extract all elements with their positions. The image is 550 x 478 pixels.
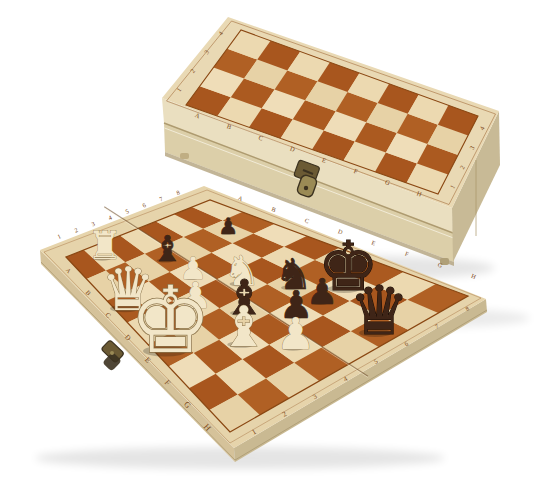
rank-label-left: 8: [175, 189, 181, 197]
file-label-back: B: [271, 205, 277, 213]
rank-label-left: 5: [124, 207, 130, 215]
white-king-glyph: ♚: [129, 267, 211, 374]
piece-white-pawn-g4: ♟: [276, 308, 315, 359]
white-bishop-glyph: ♝: [219, 294, 269, 359]
black-queen-glyph: ♛: [349, 271, 409, 350]
rank-label-left: 1: [56, 232, 62, 240]
file-label-back: H: [470, 272, 477, 280]
rank-label-left: 7: [158, 195, 164, 203]
black-pawn-glyph: ♟: [218, 213, 238, 239]
chess-set-product-photo: ABCDEFGH11223344AABBCCDDEEFFGGHH11223344…: [0, 0, 550, 478]
scene-svg: ABCDEFGH11223344AABBCCDDEEFFGGHH11223344…: [0, 0, 550, 478]
piece-white-king-e1: ♚: [129, 267, 211, 374]
piece-black-pawn-b7: ♟: [218, 213, 238, 239]
white-pawn-glyph: ♟: [276, 308, 315, 359]
rank-label-left: 2: [73, 226, 79, 234]
piece-white-bishop-f3: ♝: [219, 294, 269, 359]
file-label-back: F: [404, 250, 410, 258]
rank-label-left: 4: [107, 214, 113, 222]
piece-black-queen-h6: ♛: [349, 271, 409, 350]
rank-label-left: 6: [141, 201, 147, 209]
file-label-back: C: [304, 216, 310, 224]
